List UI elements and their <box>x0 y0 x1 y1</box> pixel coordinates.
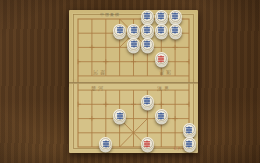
piece-character-車 <box>102 140 110 148</box>
piece-character-卒 <box>130 40 138 48</box>
piece-black-cannon[interactable] <box>155 24 168 37</box>
top-edge-print: 中国象棋 <box>100 13 120 17</box>
piece-character-卒 <box>157 112 165 120</box>
piece-character-卒 <box>185 126 193 134</box>
piece-character-象 <box>157 12 165 20</box>
piece-character-將 <box>130 26 138 34</box>
piece-black-elephant[interactable] <box>113 24 126 37</box>
piece-character-象 <box>116 26 124 34</box>
table-wood-background: 楚河 漢界 楚河 漢界 中国象棋 七八九 <box>0 0 260 163</box>
piece-character-卒 <box>185 140 193 148</box>
piece-character-帥 <box>143 140 151 148</box>
piece-black-advisor[interactable] <box>141 24 154 37</box>
piece-black-soldier[interactable] <box>183 137 196 150</box>
piece-black-elephant[interactable] <box>155 10 168 23</box>
piece-black-horse[interactable] <box>141 95 154 108</box>
piece-character-士 <box>143 26 151 34</box>
river-text-top-left: 楚河 <box>91 70 105 75</box>
piece-character-士 <box>143 12 151 20</box>
piece-character-馬 <box>143 97 151 105</box>
piece-character-炮 <box>116 112 124 120</box>
piece-black-soldier[interactable] <box>141 38 154 51</box>
xiangqi-board: 楚河 漢界 楚河 漢界 中国象棋 七八九 <box>69 10 198 153</box>
river-text-bottom-right: 漢界 <box>157 86 171 91</box>
piece-character-車 <box>171 26 179 34</box>
piece-character-卒 <box>143 40 151 48</box>
board-fold-seam <box>69 82 198 84</box>
river-text-bottom-left: 楚河 <box>91 86 105 91</box>
piece-red-soldier[interactable] <box>155 52 168 65</box>
piece-black-soldier[interactable] <box>183 123 196 136</box>
piece-black-soldier[interactable] <box>155 109 168 122</box>
piece-black-general[interactable] <box>127 24 140 37</box>
piece-black-advisor[interactable] <box>141 10 154 23</box>
piece-black-horse[interactable] <box>169 10 182 23</box>
piece-black-chariot[interactable] <box>169 24 182 37</box>
piece-character-炮 <box>157 26 165 34</box>
piece-character-馬 <box>171 12 179 20</box>
piece-character-兵 <box>157 55 165 63</box>
piece-black-soldier[interactable] <box>127 38 140 51</box>
river-text-top-right: 漢界 <box>157 70 171 75</box>
